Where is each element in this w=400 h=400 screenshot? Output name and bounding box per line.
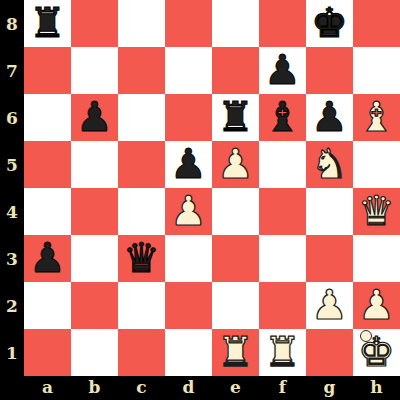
square-h4[interactable]: ♛ [353, 188, 400, 235]
square-f4[interactable] [259, 188, 306, 235]
file-label-a: a [24, 376, 71, 400]
square-f7[interactable]: ♟ [259, 47, 306, 94]
square-b3[interactable] [71, 235, 118, 282]
square-c2[interactable] [118, 282, 165, 329]
square-h8[interactable] [353, 0, 400, 47]
chess-diagram: 87654321 ♜♚♟♟♜♝♟♝♟♟♞♟♛♟♛♟♟♜♜♚ abcdefgh [0, 0, 400, 400]
piece-white-pawn[interactable]: ♟ [165, 188, 212, 235]
square-g2[interactable]: ♟ [306, 282, 353, 329]
rank-label-2: 2 [0, 282, 24, 329]
square-f3[interactable] [259, 235, 306, 282]
square-e7[interactable] [212, 47, 259, 94]
piece-black-pawn[interactable]: ♟ [24, 235, 71, 282]
square-e1[interactable]: ♜ [212, 329, 259, 376]
square-c3[interactable]: ♛ [118, 235, 165, 282]
turn-indicator-dot [360, 330, 372, 342]
square-f6[interactable]: ♝ [259, 94, 306, 141]
file-label-e: e [212, 376, 259, 400]
square-f5[interactable] [259, 141, 306, 188]
square-g1[interactable] [306, 329, 353, 376]
piece-black-queen[interactable]: ♛ [118, 235, 165, 282]
square-e3[interactable] [212, 235, 259, 282]
square-a5[interactable] [24, 141, 71, 188]
square-a3[interactable]: ♟ [24, 235, 71, 282]
square-e4[interactable] [212, 188, 259, 235]
square-a8[interactable]: ♜ [24, 0, 71, 47]
rank-label-6: 6 [0, 94, 24, 141]
square-e2[interactable] [212, 282, 259, 329]
square-g8[interactable]: ♚ [306, 0, 353, 47]
square-d2[interactable] [165, 282, 212, 329]
square-b7[interactable] [71, 47, 118, 94]
rank-label-1: 1 [0, 329, 24, 376]
square-h6[interactable]: ♝ [353, 94, 400, 141]
file-label-h: h [353, 376, 400, 400]
square-g5[interactable]: ♞ [306, 141, 353, 188]
file-label-g: g [306, 376, 353, 400]
square-d5[interactable]: ♟ [165, 141, 212, 188]
square-d4[interactable]: ♟ [165, 188, 212, 235]
square-c7[interactable] [118, 47, 165, 94]
square-e6[interactable]: ♜ [212, 94, 259, 141]
square-g7[interactable] [306, 47, 353, 94]
square-b1[interactable] [71, 329, 118, 376]
square-b8[interactable] [71, 0, 118, 47]
piece-white-pawn[interactable]: ♟ [212, 141, 259, 188]
square-b4[interactable] [71, 188, 118, 235]
piece-white-bishop[interactable]: ♝ [353, 94, 400, 141]
file-label-c: c [118, 376, 165, 400]
square-b6[interactable]: ♟ [71, 94, 118, 141]
square-a4[interactable] [24, 188, 71, 235]
piece-white-pawn[interactable]: ♟ [306, 282, 353, 329]
rank-label-7: 7 [0, 47, 24, 94]
piece-black-king[interactable]: ♚ [306, 0, 353, 47]
square-a1[interactable] [24, 329, 71, 376]
square-h5[interactable] [353, 141, 400, 188]
square-g4[interactable] [306, 188, 353, 235]
square-e8[interactable] [212, 0, 259, 47]
file-labels: abcdefgh [24, 376, 400, 400]
square-d6[interactable] [165, 94, 212, 141]
rank-label-5: 5 [0, 141, 24, 188]
piece-black-rook[interactable]: ♜ [212, 94, 259, 141]
rank-label-4: 4 [0, 188, 24, 235]
square-c4[interactable] [118, 188, 165, 235]
piece-white-queen[interactable]: ♛ [353, 188, 400, 235]
square-a7[interactable] [24, 47, 71, 94]
piece-white-rook[interactable]: ♜ [259, 329, 306, 376]
square-f1[interactable]: ♜ [259, 329, 306, 376]
square-b2[interactable] [71, 282, 118, 329]
square-g3[interactable] [306, 235, 353, 282]
rank-label-3: 3 [0, 235, 24, 282]
square-e5[interactable]: ♟ [212, 141, 259, 188]
square-c8[interactable] [118, 0, 165, 47]
square-d7[interactable] [165, 47, 212, 94]
piece-white-knight[interactable]: ♞ [306, 141, 353, 188]
piece-white-pawn[interactable]: ♟ [353, 282, 400, 329]
square-d8[interactable] [165, 0, 212, 47]
file-label-f: f [259, 376, 306, 400]
piece-white-rook[interactable]: ♜ [212, 329, 259, 376]
square-h2[interactable]: ♟ [353, 282, 400, 329]
square-d3[interactable] [165, 235, 212, 282]
square-c5[interactable] [118, 141, 165, 188]
square-g6[interactable]: ♟ [306, 94, 353, 141]
piece-black-pawn[interactable]: ♟ [165, 141, 212, 188]
square-b5[interactable] [71, 141, 118, 188]
rank-label-8: 8 [0, 0, 24, 47]
square-h7[interactable] [353, 47, 400, 94]
square-d1[interactable] [165, 329, 212, 376]
piece-black-rook[interactable]: ♜ [24, 0, 71, 47]
square-c1[interactable] [118, 329, 165, 376]
piece-black-pawn[interactable]: ♟ [71, 94, 118, 141]
square-f2[interactable] [259, 282, 306, 329]
piece-black-pawn[interactable]: ♟ [306, 94, 353, 141]
square-a6[interactable] [24, 94, 71, 141]
file-label-b: b [71, 376, 118, 400]
file-label-d: d [165, 376, 212, 400]
piece-black-pawn[interactable]: ♟ [259, 47, 306, 94]
chess-board: ♜♚♟♟♜♝♟♝♟♟♞♟♛♟♛♟♟♜♜♚ [24, 0, 400, 376]
piece-black-bishop[interactable]: ♝ [259, 94, 306, 141]
square-f8[interactable] [259, 0, 306, 47]
square-c6[interactable] [118, 94, 165, 141]
square-h3[interactable] [353, 235, 400, 282]
rank-labels: 87654321 [0, 0, 24, 376]
square-a2[interactable] [24, 282, 71, 329]
